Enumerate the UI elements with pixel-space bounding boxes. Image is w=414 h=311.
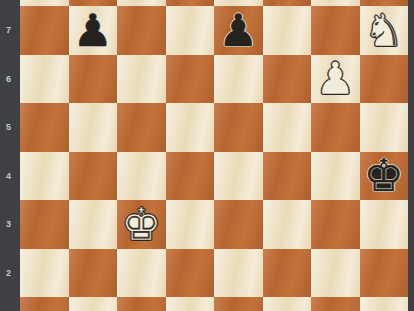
square-d4: [166, 152, 215, 201]
square-a5: [20, 103, 69, 152]
square-c5: [117, 103, 166, 152]
chess-board-diagram: ♝♟♟♞♟♚♚ 765432: [0, 0, 414, 311]
square-b1: [69, 297, 118, 311]
chess-board: ♝♟♟♞♟♚♚: [20, 0, 408, 311]
square-a4: [20, 152, 69, 201]
square-h6: [360, 55, 409, 104]
square-e2: [214, 249, 263, 298]
square-h2: [360, 249, 409, 298]
square-b4: [69, 152, 118, 201]
square-b5: [69, 103, 118, 152]
square-d2: [166, 249, 215, 298]
square-f6: [263, 55, 312, 104]
piece-white-king-c3: ♚: [117, 200, 166, 249]
square-f4: [263, 152, 312, 201]
rank-label-3: 3: [0, 200, 17, 249]
piece-black-pawn-b7: ♟: [69, 6, 118, 55]
square-c7: [117, 6, 166, 55]
square-d3: [166, 200, 215, 249]
rank-label-4: 4: [0, 152, 17, 201]
rank-label-7: 7: [0, 6, 17, 55]
square-g3: [311, 200, 360, 249]
square-f3: [263, 200, 312, 249]
square-f5: [263, 103, 312, 152]
square-g1: [311, 297, 360, 311]
piece-white-pawn-g6: ♟: [311, 55, 360, 104]
piece-white-knight-h7: ♞: [360, 6, 409, 55]
square-g4: [311, 152, 360, 201]
square-c1: [117, 297, 166, 311]
square-a3: [20, 200, 69, 249]
square-a2: [20, 249, 69, 298]
rank-label-2: 2: [0, 249, 17, 298]
square-e5: [214, 103, 263, 152]
rank-label-6: 6: [0, 55, 17, 104]
square-d7: [166, 6, 215, 55]
square-b2: [69, 249, 118, 298]
square-f7: [263, 6, 312, 55]
square-g5: [311, 103, 360, 152]
square-a7: [20, 6, 69, 55]
piece-black-king-h4: ♚: [360, 152, 409, 201]
square-f2: [263, 249, 312, 298]
square-a6: [20, 55, 69, 104]
square-a1: [20, 297, 69, 311]
square-b3: [69, 200, 118, 249]
square-e6: [214, 55, 263, 104]
square-d5: [166, 103, 215, 152]
square-e4: [214, 152, 263, 201]
piece-black-bishop-c8: ♝: [117, 0, 166, 6]
square-f1: [263, 297, 312, 311]
square-g7: [311, 6, 360, 55]
square-c4: [117, 152, 166, 201]
square-e1: [214, 297, 263, 311]
square-g2: [311, 249, 360, 298]
piece-black-pawn-e7: ♟: [214, 6, 263, 55]
square-e3: [214, 200, 263, 249]
square-b6: [69, 55, 118, 104]
square-h5: [360, 103, 409, 152]
square-d6: [166, 55, 215, 104]
square-h1: [360, 297, 409, 311]
square-c2: [117, 249, 166, 298]
rank-label-5: 5: [0, 103, 17, 152]
square-c6: [117, 55, 166, 104]
square-h3: [360, 200, 409, 249]
square-d1: [166, 297, 215, 311]
